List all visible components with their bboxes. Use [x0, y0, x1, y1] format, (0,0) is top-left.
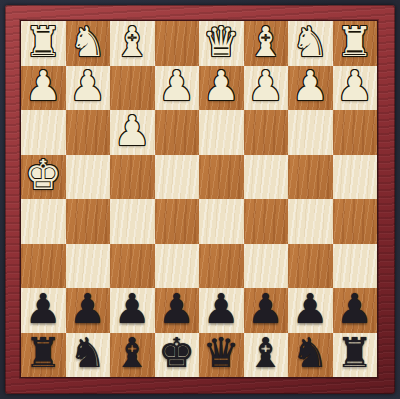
square-a1[interactable]: ♜	[333, 21, 378, 66]
piece-black-pawn[interactable]: ♟	[247, 289, 284, 330]
piece-black-bishop[interactable]: ♝	[114, 333, 151, 374]
square-g6[interactable]	[66, 244, 111, 289]
square-e4[interactable]	[155, 155, 200, 200]
square-d2[interactable]: ♟	[199, 66, 244, 111]
square-e7[interactable]: ♟	[155, 288, 200, 333]
square-f5[interactable]	[110, 199, 155, 244]
square-h5[interactable]	[21, 199, 66, 244]
square-c7[interactable]: ♟	[244, 288, 289, 333]
piece-black-rook[interactable]: ♜	[336, 333, 373, 374]
square-g2[interactable]: ♟	[66, 66, 111, 111]
piece-black-pawn[interactable]: ♟	[203, 289, 240, 330]
square-h2[interactable]: ♟	[21, 66, 66, 111]
square-e8[interactable]: ♚	[155, 333, 200, 378]
square-g3[interactable]	[66, 110, 111, 155]
square-d8[interactable]: ♛	[199, 333, 244, 378]
square-a2[interactable]: ♟	[333, 66, 378, 111]
square-g4[interactable]	[66, 155, 111, 200]
square-b3[interactable]	[288, 110, 333, 155]
piece-black-pawn[interactable]: ♟	[292, 289, 329, 330]
piece-white-knight[interactable]: ♞	[292, 22, 329, 63]
square-b5[interactable]	[288, 199, 333, 244]
square-c5[interactable]	[244, 199, 289, 244]
piece-white-rook[interactable]: ♜	[336, 22, 373, 63]
piece-white-pawn[interactable]: ♟	[203, 66, 240, 107]
square-b8[interactable]: ♞	[288, 333, 333, 378]
square-c8[interactable]: ♝	[244, 333, 289, 378]
square-b7[interactable]: ♟	[288, 288, 333, 333]
piece-white-pawn[interactable]: ♟	[158, 66, 195, 107]
square-c6[interactable]	[244, 244, 289, 289]
square-f7[interactable]: ♟	[110, 288, 155, 333]
piece-black-pawn[interactable]: ♟	[114, 289, 151, 330]
piece-black-bishop[interactable]: ♝	[247, 333, 284, 374]
piece-white-bishop[interactable]: ♝	[247, 22, 284, 63]
square-b1[interactable]: ♞	[288, 21, 333, 66]
square-d3[interactable]	[199, 110, 244, 155]
piece-white-pawn[interactable]: ♟	[25, 66, 62, 107]
square-d5[interactable]	[199, 199, 244, 244]
square-f8[interactable]: ♝	[110, 333, 155, 378]
square-c4[interactable]	[244, 155, 289, 200]
square-d7[interactable]: ♟	[199, 288, 244, 333]
square-g1[interactable]: ♞	[66, 21, 111, 66]
piece-black-pawn[interactable]: ♟	[158, 289, 195, 330]
piece-black-pawn[interactable]: ♟	[25, 289, 62, 330]
square-a6[interactable]	[333, 244, 378, 289]
square-a4[interactable]	[333, 155, 378, 200]
piece-black-queen[interactable]: ♛	[203, 333, 240, 374]
square-f4[interactable]	[110, 155, 155, 200]
square-b2[interactable]: ♟	[288, 66, 333, 111]
square-f1[interactable]: ♝	[110, 21, 155, 66]
square-h4[interactable]: ♚	[21, 155, 66, 200]
square-b4[interactable]	[288, 155, 333, 200]
piece-black-pawn[interactable]: ♟	[336, 289, 373, 330]
chess-app-screen: ♜♞♝♛♝♞♜♟♟♟♟♟♟♟♟♚♟♟♟♟♟♟♟♟♜♞♝♚♛♝♞♜	[0, 0, 400, 399]
square-g7[interactable]: ♟	[66, 288, 111, 333]
square-h3[interactable]	[21, 110, 66, 155]
square-d6[interactable]	[199, 244, 244, 289]
piece-white-knight[interactable]: ♞	[69, 22, 106, 63]
square-f3[interactable]: ♟	[110, 110, 155, 155]
square-g5[interactable]	[66, 199, 111, 244]
square-g8[interactable]: ♞	[66, 333, 111, 378]
square-e1[interactable]	[155, 21, 200, 66]
piece-black-king[interactable]: ♚	[158, 333, 195, 374]
square-c1[interactable]: ♝	[244, 21, 289, 66]
piece-white-bishop[interactable]: ♝	[114, 22, 151, 63]
square-h1[interactable]: ♜	[21, 21, 66, 66]
piece-black-knight[interactable]: ♞	[69, 333, 106, 374]
square-c2[interactable]: ♟	[244, 66, 289, 111]
square-a3[interactable]	[333, 110, 378, 155]
piece-white-pawn[interactable]: ♟	[114, 111, 151, 152]
square-e6[interactable]	[155, 244, 200, 289]
square-f2[interactable]	[110, 66, 155, 111]
piece-white-pawn[interactable]: ♟	[247, 66, 284, 107]
piece-black-knight[interactable]: ♞	[292, 333, 329, 374]
piece-white-rook[interactable]: ♜	[25, 22, 62, 63]
piece-black-pawn[interactable]: ♟	[69, 289, 106, 330]
square-e3[interactable]	[155, 110, 200, 155]
square-c3[interactable]	[244, 110, 289, 155]
square-h7[interactable]: ♟	[21, 288, 66, 333]
piece-white-king[interactable]: ♚	[25, 155, 62, 196]
piece-white-pawn[interactable]: ♟	[292, 66, 329, 107]
square-a5[interactable]	[333, 199, 378, 244]
square-f6[interactable]	[110, 244, 155, 289]
piece-white-queen[interactable]: ♛	[203, 22, 240, 63]
piece-black-rook[interactable]: ♜	[25, 333, 62, 374]
chess-board: ♜♞♝♛♝♞♜♟♟♟♟♟♟♟♟♚♟♟♟♟♟♟♟♟♜♞♝♚♛♝♞♜	[21, 21, 377, 377]
square-d4[interactable]	[199, 155, 244, 200]
square-b6[interactable]	[288, 244, 333, 289]
square-d1[interactable]: ♛	[199, 21, 244, 66]
square-e5[interactable]	[155, 199, 200, 244]
piece-white-pawn[interactable]: ♟	[336, 66, 373, 107]
square-e2[interactable]: ♟	[155, 66, 200, 111]
square-a8[interactable]: ♜	[333, 333, 378, 378]
square-h6[interactable]	[21, 244, 66, 289]
piece-white-pawn[interactable]: ♟	[69, 66, 106, 107]
square-a7[interactable]: ♟	[333, 288, 378, 333]
square-h8[interactable]: ♜	[21, 333, 66, 378]
